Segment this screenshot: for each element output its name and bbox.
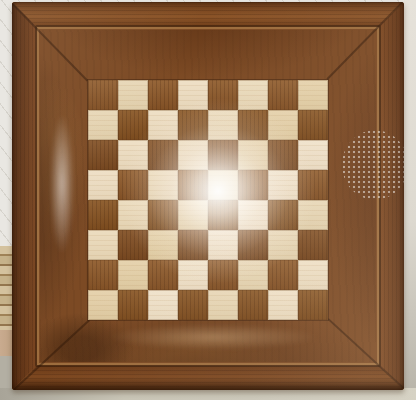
square-a2[interactable] — [88, 260, 118, 290]
square-d1[interactable] — [178, 290, 208, 320]
square-b8[interactable] — [118, 80, 148, 110]
square-h6[interactable] — [298, 140, 328, 170]
square-f6[interactable] — [238, 140, 268, 170]
square-c8[interactable] — [148, 80, 178, 110]
square-e4[interactable] — [208, 200, 238, 230]
board-outer-band-right — [380, 2, 404, 390]
square-b2[interactable] — [118, 260, 148, 290]
square-h5[interactable] — [298, 170, 328, 200]
square-e2[interactable] — [208, 260, 238, 290]
square-f5[interactable] — [238, 170, 268, 200]
square-c5[interactable] — [148, 170, 178, 200]
square-g4[interactable] — [268, 200, 298, 230]
square-e1[interactable] — [208, 290, 238, 320]
checker-grid — [88, 80, 328, 320]
square-b6[interactable] — [118, 140, 148, 170]
square-d4[interactable] — [178, 200, 208, 230]
square-b3[interactable] — [118, 230, 148, 260]
square-c4[interactable] — [148, 200, 178, 230]
square-a7[interactable] — [88, 110, 118, 140]
square-h7[interactable] — [298, 110, 328, 140]
square-e5[interactable] — [208, 170, 238, 200]
square-g7[interactable] — [268, 110, 298, 140]
square-f3[interactable] — [238, 230, 268, 260]
square-e8[interactable] — [208, 80, 238, 110]
square-d2[interactable] — [178, 260, 208, 290]
square-f8[interactable] — [238, 80, 268, 110]
square-h3[interactable] — [298, 230, 328, 260]
square-a8[interactable] — [88, 80, 118, 110]
square-b7[interactable] — [118, 110, 148, 140]
square-b5[interactable] — [118, 170, 148, 200]
square-f7[interactable] — [238, 110, 268, 140]
square-a3[interactable] — [88, 230, 118, 260]
square-b1[interactable] — [118, 290, 148, 320]
board-outer-band-top — [12, 2, 404, 26]
square-a5[interactable] — [88, 170, 118, 200]
square-e6[interactable] — [208, 140, 238, 170]
square-c7[interactable] — [148, 110, 178, 140]
square-a4[interactable] — [88, 200, 118, 230]
square-g3[interactable] — [268, 230, 298, 260]
square-e7[interactable] — [208, 110, 238, 140]
chess-board — [12, 2, 404, 390]
square-c2[interactable] — [148, 260, 178, 290]
square-f1[interactable] — [238, 290, 268, 320]
square-e3[interactable] — [208, 230, 238, 260]
square-b4[interactable] — [118, 200, 148, 230]
square-g2[interactable] — [268, 260, 298, 290]
square-d3[interactable] — [178, 230, 208, 260]
square-d6[interactable] — [178, 140, 208, 170]
square-h2[interactable] — [298, 260, 328, 290]
board-outer-band-left — [12, 2, 36, 390]
square-d7[interactable] — [178, 110, 208, 140]
square-h1[interactable] — [298, 290, 328, 320]
square-g6[interactable] — [268, 140, 298, 170]
square-f2[interactable] — [238, 260, 268, 290]
square-h4[interactable] — [298, 200, 328, 230]
square-a6[interactable] — [88, 140, 118, 170]
board-outer-band-bottom — [12, 366, 404, 390]
square-f4[interactable] — [238, 200, 268, 230]
square-d8[interactable] — [178, 80, 208, 110]
square-h8[interactable] — [298, 80, 328, 110]
square-c6[interactable] — [148, 140, 178, 170]
square-g5[interactable] — [268, 170, 298, 200]
square-g1[interactable] — [268, 290, 298, 320]
square-g8[interactable] — [268, 80, 298, 110]
square-d5[interactable] — [178, 170, 208, 200]
square-a1[interactable] — [88, 290, 118, 320]
square-c3[interactable] — [148, 230, 178, 260]
right-wall-strip — [404, 0, 416, 400]
square-c1[interactable] — [148, 290, 178, 320]
